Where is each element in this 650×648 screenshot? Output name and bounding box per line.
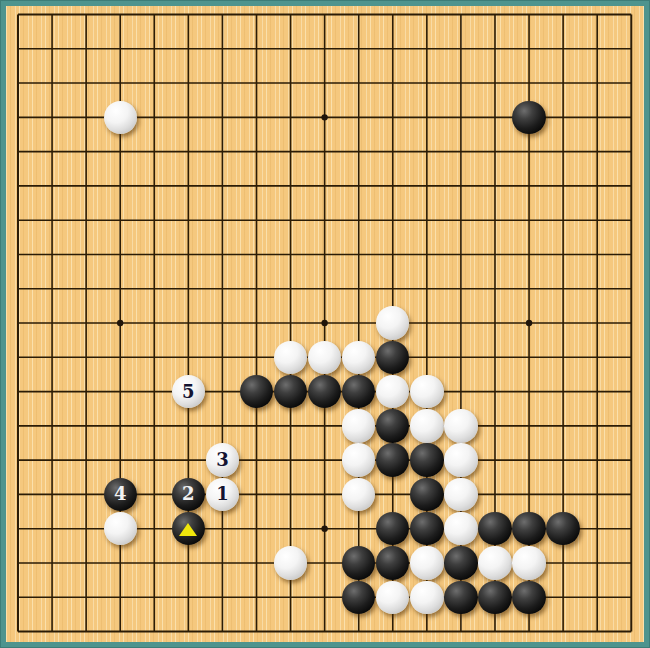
board-frame bbox=[0, 0, 650, 648]
white-stone[interactable] bbox=[444, 409, 477, 442]
white-stone[interactable] bbox=[104, 101, 137, 134]
white-stone[interactable] bbox=[274, 341, 307, 374]
move-number-label: 4 bbox=[114, 485, 127, 503]
move-number-label: 2 bbox=[182, 485, 195, 503]
white-stone[interactable] bbox=[274, 546, 307, 579]
black-stone[interactable] bbox=[376, 409, 409, 442]
black-stone[interactable] bbox=[342, 546, 375, 579]
white-stone[interactable] bbox=[512, 546, 545, 579]
white-stone[interactable] bbox=[410, 409, 443, 442]
white-stone[interactable]: 5 bbox=[172, 375, 205, 408]
black-stone[interactable] bbox=[342, 581, 375, 614]
black-stone[interactable] bbox=[444, 546, 477, 579]
white-stone[interactable]: 3 bbox=[206, 443, 239, 476]
black-stone[interactable] bbox=[410, 443, 443, 476]
black-stone[interactable] bbox=[376, 443, 409, 476]
black-stone[interactable]: 2 bbox=[172, 478, 205, 511]
white-stone[interactable] bbox=[104, 512, 137, 545]
black-stone[interactable] bbox=[512, 101, 545, 134]
black-stone[interactable] bbox=[512, 512, 545, 545]
black-stone[interactable] bbox=[410, 512, 443, 545]
black-stone[interactable] bbox=[410, 478, 443, 511]
white-stone[interactable] bbox=[444, 478, 477, 511]
black-stone[interactable] bbox=[546, 512, 579, 545]
move-number-label: 3 bbox=[216, 451, 229, 469]
black-stone[interactable] bbox=[478, 512, 511, 545]
white-stone[interactable] bbox=[410, 375, 443, 408]
white-stone[interactable] bbox=[342, 443, 375, 476]
move-number-label: 1 bbox=[216, 485, 229, 503]
white-stone[interactable] bbox=[308, 341, 341, 374]
move-number-label: 5 bbox=[182, 383, 195, 401]
white-stone[interactable] bbox=[376, 306, 409, 339]
white-stone[interactable] bbox=[478, 546, 511, 579]
white-stone[interactable] bbox=[410, 546, 443, 579]
white-stone[interactable] bbox=[444, 443, 477, 476]
white-stone[interactable] bbox=[410, 581, 443, 614]
white-stone[interactable] bbox=[342, 409, 375, 442]
white-stone[interactable]: 1 bbox=[206, 478, 239, 511]
black-stone[interactable] bbox=[478, 581, 511, 614]
black-stone[interactable] bbox=[512, 581, 545, 614]
black-stone[interactable]: 4 bbox=[104, 478, 137, 511]
white-stone[interactable] bbox=[444, 512, 477, 545]
go-board[interactable] bbox=[6, 6, 644, 642]
black-stone[interactable] bbox=[376, 546, 409, 579]
triangle-marker bbox=[179, 523, 197, 536]
black-stone[interactable] bbox=[444, 581, 477, 614]
